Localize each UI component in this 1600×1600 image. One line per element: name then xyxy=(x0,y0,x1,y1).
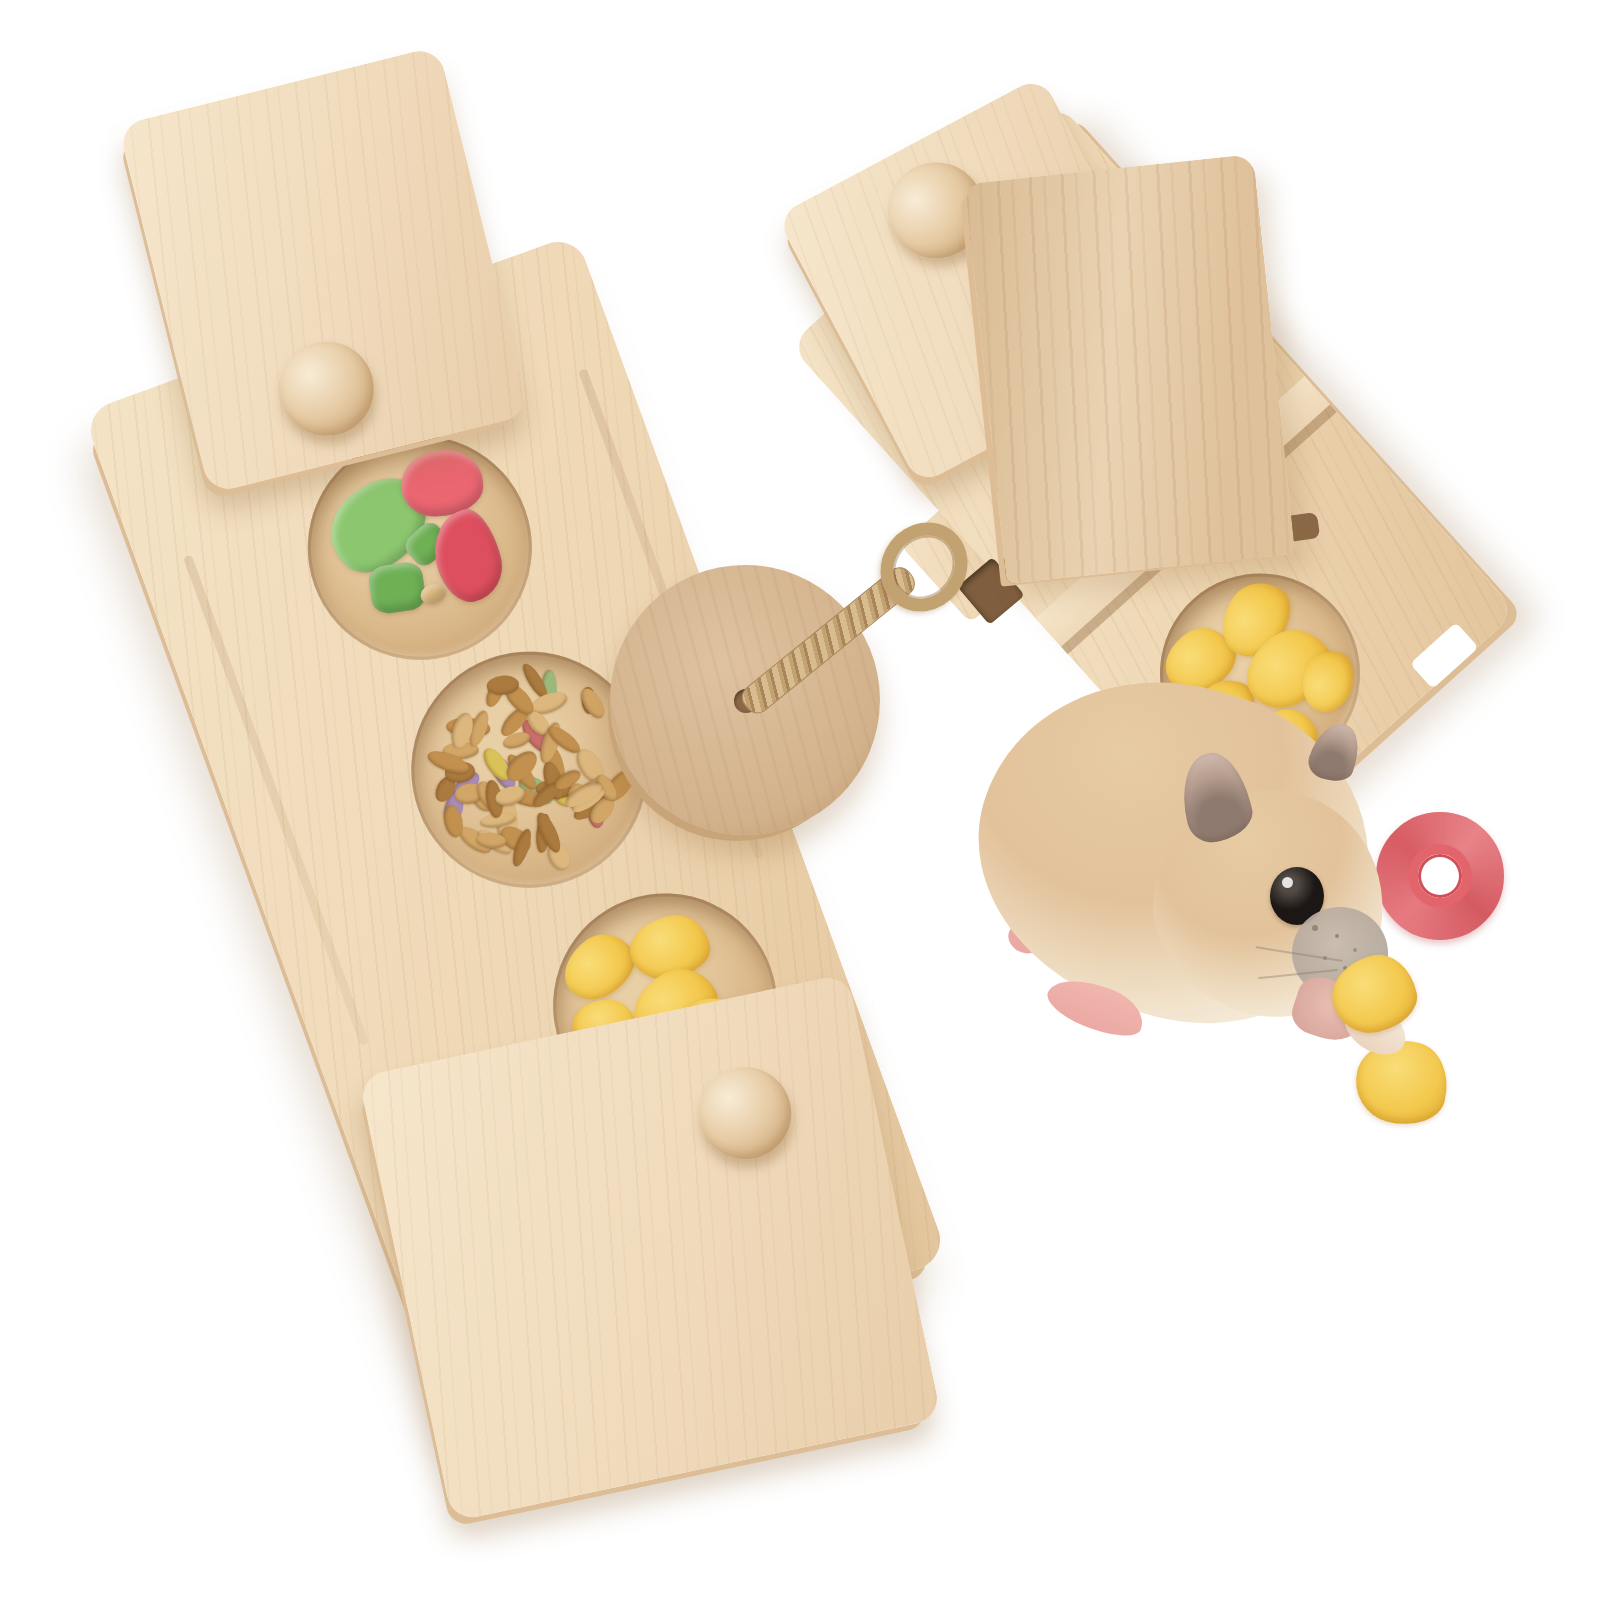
flip-door xyxy=(965,154,1295,584)
slide-lid-bottom-knob xyxy=(691,1059,800,1168)
green-treat-cube xyxy=(367,560,427,615)
slide-lid-top-knob xyxy=(270,332,384,446)
product-photo-scene xyxy=(0,0,1600,1600)
red-treat-chunk xyxy=(400,449,484,518)
